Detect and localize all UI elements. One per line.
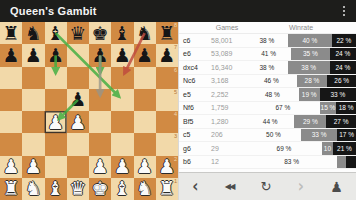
draw-segment: 29 %	[294, 115, 326, 128]
piece-black-pawn[interactable]: ♟	[3, 46, 20, 65]
square-f3[interactable]	[111, 133, 133, 155]
square-f4[interactable]	[111, 111, 133, 133]
move-row-c5[interactable]: c520650 %33 %17 %	[179, 129, 356, 143]
square-c3[interactable]	[45, 133, 67, 155]
more-options-icon[interactable]	[340, 3, 348, 19]
move-label: Nc6	[179, 75, 208, 88]
move-label: dxc4	[179, 61, 208, 74]
square-g4[interactable]	[134, 111, 156, 133]
piece-white-knight[interactable]: ♞	[136, 179, 153, 198]
square-d5[interactable]: ♟	[67, 89, 89, 111]
square-h3[interactable]: 3	[156, 133, 178, 155]
square-f8[interactable]: ♝	[111, 22, 133, 44]
white-win-segment: 48 %	[246, 88, 299, 101]
square-f2[interactable]: ♟	[111, 156, 133, 178]
winrate-bar: 44 %29 %27 %	[246, 115, 356, 128]
move-row-Nc6[interactable]: Nc63,16846 %28 %26 %	[179, 75, 356, 89]
piece-black-pawn[interactable]: ♟	[158, 46, 175, 65]
piece-black-pawn[interactable]: ♟	[69, 90, 86, 109]
piece-white-bishop[interactable]: ♝	[114, 179, 131, 198]
piece-white-rook[interactable]: ♜	[158, 179, 175, 198]
square-h4[interactable]: 4	[156, 111, 178, 133]
black-win-segment: 27 %	[326, 115, 356, 128]
white-win-segment: 44 %	[246, 115, 294, 128]
square-f1[interactable]: ♝	[111, 178, 133, 200]
draw-segment: 15 %	[320, 102, 337, 115]
piece-black-pawn[interactable]: ♟	[114, 46, 131, 65]
move-label: e5	[179, 88, 208, 101]
square-a8[interactable]: ♜	[0, 22, 22, 44]
winrate-bar: 41 %35 %24 %	[246, 48, 356, 61]
black-win-segment	[346, 156, 356, 169]
square-a2[interactable]: ♟	[0, 156, 22, 178]
piece-black-bishop[interactable]: ♝	[114, 24, 131, 43]
white-win-segment: 46 %	[246, 75, 297, 88]
draw-segment: 35 %	[291, 48, 330, 61]
games-count: 1,759	[208, 102, 246, 115]
square-a5[interactable]	[0, 89, 22, 111]
winrate-bar: 83 %	[246, 156, 356, 169]
white-win-segment: 38 %	[246, 61, 288, 74]
square-e5[interactable]	[89, 89, 111, 111]
square-a4[interactable]	[0, 111, 22, 133]
move-label: g6	[179, 142, 208, 155]
games-count: 2,252	[208, 88, 246, 101]
title-bar: Queen's Gambit	[0, 0, 356, 22]
navigation-bar: ‹◀◀↻›♟	[178, 172, 356, 200]
piece-black-queen[interactable]: ♛	[69, 24, 86, 43]
winrate-bar: 50 %33 %17 %	[246, 129, 356, 142]
page-title: Queen's Gambit	[0, 5, 97, 17]
move-label: e6	[179, 48, 208, 61]
white-win-segment: 50 %	[246, 129, 301, 142]
square-e1[interactable]: ♚	[89, 178, 111, 200]
move-row-b6[interactable]: b61283 %	[179, 156, 356, 170]
winrate-column-header: Winrate	[246, 24, 356, 31]
black-win-segment: 17 %	[337, 129, 356, 142]
winrate-bar: 46 %28 %26 %	[246, 75, 356, 88]
move-row-c6[interactable]: c658,00138 %40 %22 %	[179, 34, 356, 48]
piece-white-king[interactable]: ♚	[92, 179, 109, 198]
square-b8[interactable]: ♞	[22, 22, 44, 44]
piece-black-king[interactable]: ♚	[92, 24, 109, 43]
games-count: 1,280	[208, 115, 246, 128]
draw-segment: 19 %	[299, 88, 320, 101]
piece-white-pawn[interactable]: ♟	[92, 157, 109, 176]
piece-white-pawn[interactable]: ♟	[114, 157, 131, 176]
piece-white-bishop[interactable]: ♝	[47, 179, 64, 198]
black-win-segment: 24 %	[330, 48, 356, 61]
rank-label: 4	[174, 111, 177, 117]
piece-black-rook[interactable]: ♜	[158, 24, 175, 43]
move-label: b6	[179, 156, 208, 169]
games-count: 58,001	[208, 34, 246, 47]
table-header: Games Winrate	[179, 22, 356, 34]
piece-black-pawn[interactable]: ♟	[47, 46, 64, 65]
square-d7[interactable]	[67, 44, 89, 66]
square-g5[interactable]	[134, 89, 156, 111]
square-h7[interactable]: ♟7	[156, 44, 178, 66]
piece-black-knight[interactable]: ♞	[25, 24, 42, 43]
piece-white-pawn[interactable]: ♟	[25, 157, 42, 176]
move-row-Nf6[interactable]: Nf61,75967 %15 %18 %	[179, 102, 356, 116]
move-label: Nf6	[179, 102, 208, 115]
square-b1[interactable]: ♞	[22, 178, 44, 200]
black-win-segment: 24 %	[330, 61, 356, 74]
square-b4[interactable]	[22, 111, 44, 133]
rewind-icon[interactable]: ◀◀	[225, 183, 234, 191]
games-count: 3,168	[208, 75, 246, 88]
piece-white-pawn[interactable]: ♟	[158, 157, 175, 176]
black-win-segment: 26 %	[327, 75, 356, 88]
square-h8[interactable]: ♜8	[156, 22, 178, 44]
square-e3[interactable]	[89, 133, 111, 155]
piece-white-pawn[interactable]: ♟	[3, 157, 20, 176]
piece-white-pawn[interactable]: ♟	[69, 113, 86, 132]
square-c2[interactable]	[45, 156, 67, 178]
square-h5[interactable]: 5	[156, 89, 178, 111]
move-label: c5	[179, 129, 208, 142]
games-column-header: Games	[208, 24, 246, 31]
square-e7[interactable]: ♟	[89, 44, 111, 66]
square-d1[interactable]: ♛	[67, 178, 89, 200]
winrate-bar: 69 %1021 %	[246, 142, 356, 155]
square-b6[interactable]	[22, 67, 44, 89]
piece-black-pawn[interactable]: ♟	[25, 46, 42, 65]
square-d2[interactable]	[67, 156, 89, 178]
games-count: 12	[208, 156, 246, 169]
draw-segment: 28 %	[297, 75, 328, 88]
square-e4[interactable]	[89, 111, 111, 133]
square-f7[interactable]: ♟	[111, 44, 133, 66]
rank-label: 3	[174, 133, 177, 139]
draw-segment: 33 %	[301, 129, 337, 142]
piece-black-bishop[interactable]: ♝	[47, 24, 64, 43]
square-g3[interactable]	[134, 133, 156, 155]
draw-segment: 10	[322, 142, 333, 155]
square-f5[interactable]	[111, 89, 133, 111]
draw-segment: 40 %	[288, 34, 332, 47]
move-label: c6	[179, 34, 208, 47]
square-c4[interactable]: ♟	[45, 111, 67, 133]
square-e2[interactable]: ♟	[89, 156, 111, 178]
square-b5[interactable]	[22, 89, 44, 111]
move-row-Bf5[interactable]: Bf51,28044 %29 %27 %	[179, 115, 356, 129]
move-row-e6[interactable]: e653,08941 %35 %24 %	[179, 48, 356, 62]
square-c5[interactable]	[45, 89, 67, 111]
piece-black-pawn[interactable]: ♟	[136, 46, 153, 65]
games-count: 53,089	[208, 48, 246, 61]
square-b3[interactable]	[22, 133, 44, 155]
square-e8[interactable]: ♚	[89, 22, 111, 44]
piece-white-queen[interactable]: ♛	[69, 179, 86, 198]
winrate-bar: 67 %15 %18 %	[246, 102, 356, 115]
square-b2[interactable]: ♟	[22, 156, 44, 178]
square-h6[interactable]: 6	[156, 67, 178, 89]
square-h2[interactable]: ♟2	[156, 156, 178, 178]
white-win-segment: 41 %	[246, 48, 291, 61]
rank-label: 6	[174, 67, 177, 73]
moves-stats-panel: Games Winrate c658,00138 %40 %22 %e653,0…	[178, 22, 356, 172]
games-count: 29	[208, 142, 246, 155]
draw-segment	[337, 156, 346, 169]
piece-white-pawn[interactable]: ♟	[47, 113, 64, 132]
square-c8[interactable]: ♝	[45, 22, 67, 44]
square-g7[interactable]: ♟	[134, 44, 156, 66]
games-count: 206	[208, 129, 246, 142]
square-d8[interactable]: ♛	[67, 22, 89, 44]
piece-white-knight[interactable]: ♞	[25, 179, 42, 198]
square-g1[interactable]: ♞	[134, 178, 156, 200]
square-g8[interactable]: ♞	[134, 22, 156, 44]
forward-icon[interactable]: ›	[298, 178, 304, 196]
white-win-segment: 38 %	[246, 34, 288, 47]
piece-black-rook[interactable]: ♜	[3, 24, 20, 43]
square-f6[interactable]	[111, 67, 133, 89]
square-c1[interactable]: ♝	[45, 178, 67, 200]
flip-board-icon[interactable]: ♟	[330, 180, 343, 194]
move-row-dxc4[interactable]: dxc416,34038 %38 %24 %	[179, 61, 356, 75]
square-d6[interactable]	[67, 67, 89, 89]
square-g2[interactable]: ♟	[134, 156, 156, 178]
piece-black-knight[interactable]: ♞	[136, 24, 153, 43]
square-b7[interactable]: ♟	[22, 44, 44, 66]
black-win-segment: 21 %	[333, 142, 356, 155]
move-row-e5[interactable]: e52,25248 %19 %33 %	[179, 88, 356, 102]
reset-icon[interactable]: ↻	[260, 180, 271, 193]
piece-white-pawn[interactable]: ♟	[136, 157, 153, 176]
white-win-segment: 67 %	[246, 102, 320, 115]
square-c6[interactable]	[45, 67, 67, 89]
square-h1[interactable]: ♜1	[156, 178, 178, 200]
square-g6[interactable]	[134, 67, 156, 89]
move-row-g6[interactable]: g62969 %1021 %	[179, 142, 356, 156]
square-a3[interactable]	[0, 133, 22, 155]
square-d3[interactable]	[67, 133, 89, 155]
square-a7[interactable]: ♟	[0, 44, 22, 66]
square-d4[interactable]: ♟	[67, 111, 89, 133]
black-win-segment: 22 %	[332, 34, 356, 47]
move-label: Bf5	[179, 115, 208, 128]
piece-black-pawn[interactable]: ♟	[92, 46, 109, 65]
rank-label: 5	[174, 89, 177, 95]
white-win-segment: 69 %	[246, 142, 322, 155]
black-win-segment: 18 %	[336, 102, 356, 115]
square-c7[interactable]: ♟	[45, 44, 67, 66]
square-e6[interactable]	[89, 67, 111, 89]
draw-segment: 38 %	[288, 61, 330, 74]
piece-white-rook[interactable]: ♜	[3, 179, 20, 198]
winrate-bar: 48 %19 %33 %	[246, 88, 356, 101]
winrate-bar: 38 %38 %24 %	[246, 61, 356, 74]
back-icon[interactable]: ‹	[192, 178, 198, 196]
black-win-segment: 33 %	[320, 88, 356, 101]
square-a6[interactable]	[0, 67, 22, 89]
white-win-segment: 83 %	[246, 156, 337, 169]
chess-board[interactable]: ♜♞♝♛♚♝♞♜8♟♟♟♟♟♟♟76♟5♟♟43♟♟♟♟♟♟2♜♞♝♛♚♝♞♜1	[0, 22, 178, 200]
winrate-bar: 38 %40 %22 %	[246, 34, 356, 47]
games-count: 16,340	[208, 61, 246, 74]
table-body: c658,00138 %40 %22 %e653,08941 %35 %24 %…	[179, 34, 356, 169]
square-a1[interactable]: ♜	[0, 178, 22, 200]
app-window: Queen's Gambit ♜♞♝♛♚♝♞♜8♟♟♟♟♟♟♟76♟5♟♟43♟…	[0, 0, 356, 200]
